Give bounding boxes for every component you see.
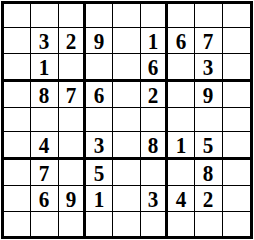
cell-r6c6[interactable]: 8 bbox=[141, 132, 168, 160]
given-digit: 8 bbox=[148, 132, 159, 157]
given-digit: 6 bbox=[176, 28, 187, 53]
cell-r6c3[interactable] bbox=[59, 132, 86, 160]
cell-r3c9[interactable] bbox=[223, 54, 250, 82]
cell-r8c8[interactable]: 2 bbox=[195, 186, 222, 212]
cell-r6c5[interactable] bbox=[113, 132, 140, 160]
given-digit: 7 bbox=[39, 160, 50, 185]
cell-r1c4[interactable] bbox=[86, 4, 113, 28]
given-digit: 3 bbox=[148, 186, 159, 211]
cell-r1c7[interactable] bbox=[168, 4, 195, 28]
cell-r4c5[interactable] bbox=[113, 82, 140, 108]
cell-r3c7[interactable] bbox=[168, 54, 195, 82]
cell-r3c3[interactable] bbox=[59, 54, 86, 82]
cell-r1c1[interactable] bbox=[4, 4, 31, 28]
given-digit: 8 bbox=[203, 160, 214, 185]
cell-r8c4[interactable]: 1 bbox=[86, 186, 113, 212]
given-digit: 6 bbox=[94, 82, 105, 107]
cell-r4c2[interactable]: 8 bbox=[31, 82, 58, 108]
cell-r7c3[interactable] bbox=[59, 160, 86, 186]
given-digit: 6 bbox=[39, 186, 50, 211]
cell-r7c5[interactable] bbox=[113, 160, 140, 186]
given-digit: 9 bbox=[203, 82, 214, 107]
cell-r3c5[interactable] bbox=[113, 54, 140, 82]
cell-r7c4[interactable]: 5 bbox=[86, 160, 113, 186]
cell-r8c3[interactable]: 9 bbox=[59, 186, 86, 212]
cell-r5c5[interactable] bbox=[113, 108, 140, 132]
cell-r7c6[interactable] bbox=[141, 160, 168, 186]
cell-r9c8[interactable] bbox=[195, 212, 222, 236]
cell-r2c2[interactable]: 3 bbox=[31, 28, 58, 54]
cell-r4c6[interactable]: 2 bbox=[141, 82, 168, 108]
cell-r1c3[interactable] bbox=[59, 4, 86, 28]
cell-r7c2[interactable]: 7 bbox=[31, 160, 58, 186]
cell-r3c2[interactable]: 1 bbox=[31, 54, 58, 82]
given-digit: 3 bbox=[39, 28, 50, 53]
cell-r2c7[interactable]: 6 bbox=[168, 28, 195, 54]
given-digit: 3 bbox=[94, 132, 105, 157]
cell-r2c5[interactable] bbox=[113, 28, 140, 54]
cell-r5c7[interactable] bbox=[168, 108, 195, 132]
given-digit: 2 bbox=[203, 186, 214, 211]
cell-r4c8[interactable]: 9 bbox=[195, 82, 222, 108]
cell-r5c9[interactable] bbox=[223, 108, 250, 132]
cell-r9c1[interactable] bbox=[4, 212, 31, 236]
cell-r3c4[interactable] bbox=[86, 54, 113, 82]
given-digit: 7 bbox=[203, 28, 214, 53]
cell-r5c4[interactable] bbox=[86, 108, 113, 132]
cell-r9c5[interactable] bbox=[113, 212, 140, 236]
cell-r8c2[interactable]: 6 bbox=[31, 186, 58, 212]
given-digit: 2 bbox=[148, 82, 159, 107]
given-digit: 5 bbox=[94, 160, 105, 185]
cell-r6c8[interactable]: 5 bbox=[195, 132, 222, 160]
cell-r7c8[interactable]: 8 bbox=[195, 160, 222, 186]
cell-r8c1[interactable] bbox=[4, 186, 31, 212]
cell-r8c9[interactable] bbox=[223, 186, 250, 212]
cell-r9c9[interactable] bbox=[223, 212, 250, 236]
cell-r9c2[interactable] bbox=[31, 212, 58, 236]
cell-r9c3[interactable] bbox=[59, 212, 86, 236]
cell-r5c6[interactable] bbox=[141, 108, 168, 132]
given-digit: 1 bbox=[148, 28, 159, 53]
cell-r9c6[interactable] bbox=[141, 212, 168, 236]
cell-r6c1[interactable] bbox=[4, 132, 31, 160]
cell-r1c6[interactable] bbox=[141, 4, 168, 28]
cell-r5c2[interactable] bbox=[31, 108, 58, 132]
given-digit: 1 bbox=[39, 54, 50, 79]
cell-r6c4[interactable]: 3 bbox=[86, 132, 113, 160]
given-digit: 9 bbox=[94, 28, 105, 53]
cell-r6c7[interactable]: 1 bbox=[168, 132, 195, 160]
cell-r4c9[interactable] bbox=[223, 82, 250, 108]
cell-r5c8[interactable] bbox=[195, 108, 222, 132]
given-digit: 7 bbox=[66, 82, 77, 107]
cell-r1c2[interactable] bbox=[31, 4, 58, 28]
cell-r4c3[interactable]: 7 bbox=[59, 82, 86, 108]
cell-r3c1[interactable] bbox=[4, 54, 31, 82]
cell-r4c1[interactable] bbox=[4, 82, 31, 108]
cell-r2c9[interactable] bbox=[223, 28, 250, 54]
given-digit: 9 bbox=[66, 186, 77, 211]
cell-r2c6[interactable]: 1 bbox=[141, 28, 168, 54]
cell-r8c6[interactable]: 3 bbox=[141, 186, 168, 212]
given-digit: 1 bbox=[176, 132, 187, 157]
cell-r7c7[interactable] bbox=[168, 160, 195, 186]
cell-r2c1[interactable] bbox=[4, 28, 31, 54]
given-digit: 6 bbox=[148, 54, 159, 79]
given-digit: 2 bbox=[66, 28, 77, 53]
cell-r1c8[interactable] bbox=[195, 4, 222, 28]
cell-r8c5[interactable] bbox=[113, 186, 140, 212]
cell-r3c6[interactable]: 6 bbox=[141, 54, 168, 82]
cell-r6c9[interactable] bbox=[223, 132, 250, 160]
cell-r2c8[interactable]: 7 bbox=[195, 28, 222, 54]
cell-r4c4[interactable]: 6 bbox=[86, 82, 113, 108]
given-digit: 8 bbox=[39, 82, 50, 107]
cell-r7c9[interactable] bbox=[223, 160, 250, 186]
cell-r5c3[interactable] bbox=[59, 108, 86, 132]
given-digit: 3 bbox=[203, 54, 214, 79]
given-digit: 1 bbox=[94, 186, 105, 211]
cell-r5c1[interactable] bbox=[4, 108, 31, 132]
cell-r7c1[interactable] bbox=[4, 160, 31, 186]
given-digit: 4 bbox=[176, 186, 187, 211]
cell-r9c4[interactable] bbox=[86, 212, 113, 236]
cell-r1c5[interactable] bbox=[113, 4, 140, 28]
cell-r8c7[interactable]: 4 bbox=[168, 186, 195, 212]
sudoku-board: 3291671638762943815758691342 bbox=[1, 1, 253, 239]
cell-r3c8[interactable]: 3 bbox=[195, 54, 222, 82]
cell-r2c3[interactable]: 2 bbox=[59, 28, 86, 54]
cell-r1c9[interactable] bbox=[223, 4, 250, 28]
cell-r6c2[interactable]: 4 bbox=[31, 132, 58, 160]
given-digit: 4 bbox=[39, 132, 50, 157]
cell-r2c4[interactable]: 9 bbox=[86, 28, 113, 54]
given-digit: 5 bbox=[203, 132, 214, 157]
cell-r4c7[interactable] bbox=[168, 82, 195, 108]
cell-r9c7[interactable] bbox=[168, 212, 195, 236]
